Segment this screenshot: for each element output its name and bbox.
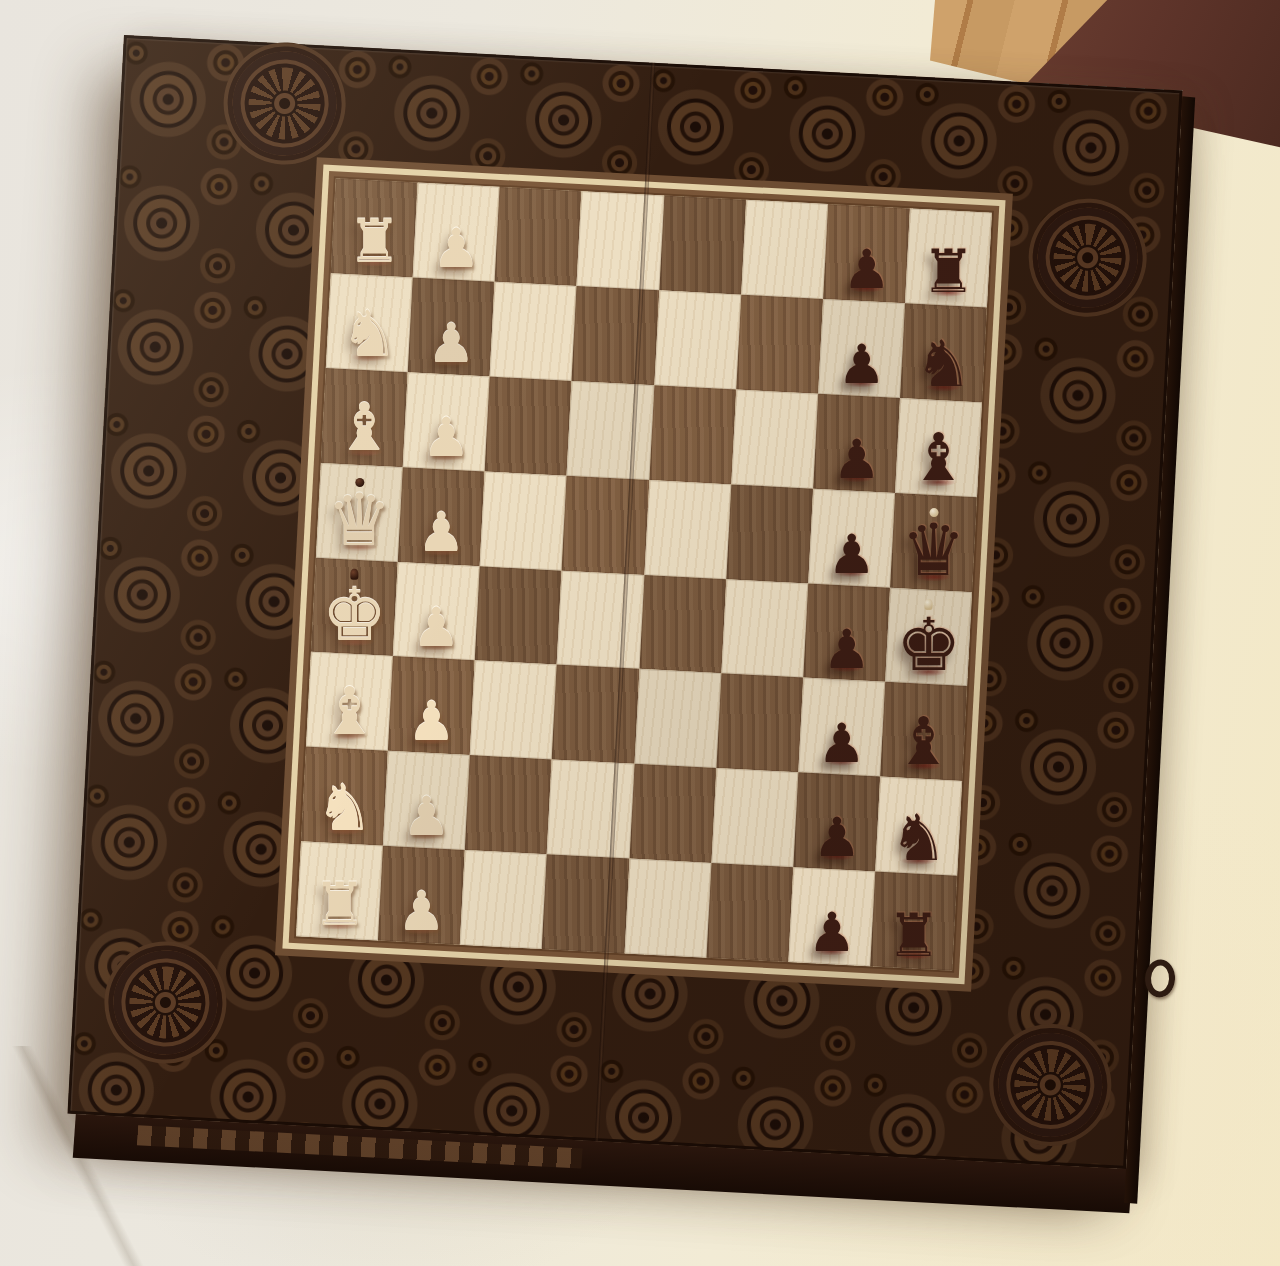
square-f8[interactable]: ♝: [880, 682, 967, 781]
square-h2[interactable]: ♟: [378, 846, 465, 945]
piece-glyph: ♟: [427, 316, 475, 370]
square-b1[interactable]: ♞: [326, 273, 413, 372]
square-b2[interactable]: ♟: [408, 277, 495, 376]
white-bishop[interactable]: ♝: [323, 370, 405, 465]
square-a3[interactable]: [495, 187, 582, 286]
black-king[interactable]: ♚: [887, 589, 969, 684]
square-h7[interactable]: ♟: [788, 867, 875, 966]
playing-surface: ♜♟♟♜♞♟♟♞♝♟♟♝♛♟♟♛♚♟♟♚♝♟♟♝♞♟♟♞♜♟♟♜: [281, 164, 1006, 986]
piece-glyph: ♟: [432, 222, 480, 276]
square-f4[interactable]: [552, 665, 639, 764]
finial-knob: [924, 598, 932, 609]
square-h6[interactable]: [706, 863, 793, 962]
white-king[interactable]: ♚: [313, 559, 395, 654]
square-d8[interactable]: ♛: [890, 493, 977, 592]
piece-glyph: ♟: [832, 433, 880, 487]
latch-icon: [1144, 959, 1176, 999]
white-pawn[interactable]: ♟: [390, 658, 472, 753]
square-b7[interactable]: ♟: [818, 299, 905, 398]
square-e6[interactable]: [721, 579, 808, 678]
square-a7[interactable]: ♟: [823, 204, 910, 303]
black-pawn[interactable]: ♟: [825, 206, 907, 301]
white-bishop[interactable]: ♝: [308, 654, 390, 749]
rosette-carving-icon: [111, 948, 220, 1057]
white-pawn[interactable]: ♟: [415, 185, 497, 280]
checkerboard: ♜♟♟♜♞♟♟♞♝♟♟♝♛♟♟♛♚♟♟♚♝♟♟♝♞♟♟♞♜♟♟♜: [296, 178, 992, 970]
square-g3[interactable]: [465, 755, 552, 854]
square-e2[interactable]: ♟: [393, 562, 480, 661]
square-d1[interactable]: ♛: [316, 463, 403, 562]
piece-glyph: ♛: [901, 514, 966, 586]
square-g6[interactable]: [711, 768, 798, 867]
piece-glyph: ♜: [921, 241, 975, 301]
piece-glyph: ♝: [335, 395, 394, 461]
piece-glyph: ♟: [417, 506, 465, 560]
piece-glyph: ♟: [402, 790, 450, 844]
piece-glyph: ♞: [341, 302, 398, 366]
white-knight[interactable]: ♞: [303, 749, 385, 844]
square-b3[interactable]: [490, 282, 577, 381]
square-a8[interactable]: ♜: [905, 208, 992, 307]
piece-glyph: ♟: [822, 622, 870, 676]
white-pawn[interactable]: ♟: [380, 848, 462, 943]
piece-glyph: ♚: [322, 577, 387, 650]
square-c5[interactable]: [649, 385, 736, 484]
piece-glyph: ♜: [887, 905, 941, 965]
square-h8[interactable]: ♜: [870, 872, 957, 971]
black-pawn[interactable]: ♟: [791, 869, 873, 964]
piece-glyph: ♞: [915, 332, 972, 396]
piece-glyph: ♟: [817, 717, 865, 771]
square-f1[interactable]: ♝: [306, 652, 393, 751]
black-pawn[interactable]: ♟: [820, 301, 902, 396]
square-d4[interactable]: [562, 475, 649, 574]
square-a1[interactable]: ♜: [331, 178, 418, 277]
square-c6[interactable]: [731, 389, 818, 488]
finial-knob: [929, 508, 938, 517]
white-queen[interactable]: ♛: [318, 465, 400, 560]
white-pawn[interactable]: ♟: [400, 469, 482, 564]
white-pawn[interactable]: ♟: [405, 374, 487, 469]
white-rook[interactable]: ♜: [298, 844, 380, 939]
piece-glyph: ♟: [422, 411, 470, 465]
square-h3[interactable]: [460, 850, 547, 949]
square-g7[interactable]: ♟: [793, 773, 880, 872]
square-c7[interactable]: ♟: [813, 394, 900, 493]
black-pawn[interactable]: ♟: [805, 585, 887, 680]
square-f5[interactable]: [634, 669, 721, 768]
white-pawn[interactable]: ♟: [395, 564, 477, 659]
black-bishop[interactable]: ♝: [897, 400, 979, 495]
side-inlay-pattern: [137, 1125, 582, 1168]
square-e7[interactable]: ♟: [803, 583, 890, 682]
square-f2[interactable]: ♟: [388, 656, 475, 755]
square-d5[interactable]: [644, 480, 731, 579]
piece-glyph: ♜: [313, 874, 367, 934]
white-rook[interactable]: ♜: [333, 180, 415, 275]
black-pawn[interactable]: ♟: [815, 396, 897, 491]
black-rook[interactable]: ♜: [873, 874, 955, 969]
rosette-carving-icon: [1035, 205, 1140, 310]
black-rook[interactable]: ♜: [907, 210, 989, 305]
square-b4[interactable]: [572, 286, 659, 385]
piece-glyph: ♛: [327, 483, 392, 555]
square-c4[interactable]: [567, 381, 654, 480]
square-h4[interactable]: [542, 854, 629, 953]
square-e5[interactable]: [639, 574, 726, 673]
piece-glyph: ♝: [894, 709, 953, 775]
square-g2[interactable]: ♟: [383, 751, 470, 850]
chess-box-board: ♜♟♟♜♞♟♟♞♝♟♟♝♛♟♟♛♚♟♟♚♝♟♟♝♞♟♟♞♜♟♟♜: [67, 35, 1182, 1169]
square-a5[interactable]: [659, 195, 746, 294]
square-h1[interactable]: ♜: [296, 841, 383, 940]
square-b8[interactable]: ♞: [900, 303, 987, 402]
piece-glyph: ♚: [896, 607, 961, 680]
rosette-carving-icon: [230, 49, 339, 158]
piece-glyph: ♟: [397, 885, 445, 939]
square-h5[interactable]: [624, 859, 711, 958]
black-bishop[interactable]: ♝: [883, 684, 965, 779]
square-d2[interactable]: ♟: [398, 467, 485, 566]
square-g4[interactable]: [547, 760, 634, 859]
square-e4[interactable]: [557, 570, 644, 669]
square-c1[interactable]: ♝: [321, 368, 408, 467]
square-g1[interactable]: ♞: [301, 747, 388, 846]
finial-knob: [355, 478, 364, 487]
rosette-carving-icon: [996, 1030, 1105, 1139]
square-e8[interactable]: ♚: [885, 587, 972, 686]
square-a4[interactable]: [577, 191, 664, 290]
black-queen[interactable]: ♛: [892, 495, 974, 590]
piece-glyph: ♞: [316, 776, 373, 840]
black-pawn[interactable]: ♟: [800, 680, 882, 775]
square-a6[interactable]: [741, 200, 828, 299]
square-c2[interactable]: ♟: [403, 372, 490, 471]
white-pawn[interactable]: ♟: [385, 753, 467, 848]
piece-glyph: ♟: [407, 695, 455, 749]
square-b6[interactable]: [736, 295, 823, 394]
piece-glyph: ♝: [909, 425, 968, 491]
piece-glyph: ♟: [812, 812, 860, 866]
square-g8[interactable]: ♞: [875, 777, 962, 876]
square-f3[interactable]: [470, 661, 557, 760]
piece-glyph: ♜: [347, 211, 401, 271]
square-f7[interactable]: ♟: [798, 678, 885, 777]
square-c3[interactable]: [485, 376, 572, 475]
black-knight[interactable]: ♞: [902, 305, 984, 400]
piece-glyph: ♞: [890, 806, 947, 870]
piece-glyph: ♟: [827, 527, 875, 581]
square-f6[interactable]: [716, 673, 803, 772]
white-pawn[interactable]: ♟: [410, 279, 492, 374]
square-a2[interactable]: ♟: [413, 183, 500, 282]
square-e3[interactable]: [475, 566, 562, 665]
square-d3[interactable]: [480, 471, 567, 570]
finial-knob: [350, 568, 358, 579]
square-e1[interactable]: ♚: [311, 557, 398, 656]
piece-glyph: ♟: [837, 338, 885, 392]
black-pawn[interactable]: ♟: [796, 775, 878, 870]
piece-glyph: ♟: [842, 243, 890, 297]
black-knight[interactable]: ♞: [878, 779, 960, 874]
square-d7[interactable]: ♟: [808, 488, 895, 587]
piece-glyph: ♟: [412, 601, 460, 655]
black-pawn[interactable]: ♟: [810, 490, 892, 585]
square-b5[interactable]: [654, 290, 741, 389]
piece-glyph: ♝: [320, 679, 379, 745]
box-side-face: [73, 1114, 1133, 1213]
white-knight[interactable]: ♞: [328, 275, 410, 370]
square-g5[interactable]: [629, 764, 716, 863]
piece-glyph: ♟: [807, 906, 855, 960]
square-d6[interactable]: [726, 484, 813, 583]
square-c8[interactable]: ♝: [895, 398, 982, 497]
